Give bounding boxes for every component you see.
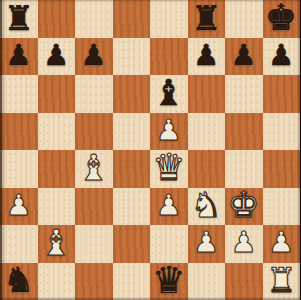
square-a2[interactable] (0, 225, 38, 263)
square-e5[interactable]: ♟ (150, 113, 188, 151)
square-b8[interactable] (38, 0, 76, 38)
square-h5[interactable] (263, 113, 301, 151)
chess-board: ♜♜♚♟♟♟♟♟♟♝♟♝♛♟♟♞♚♝♟♟♟♞♛♜ (0, 0, 300, 300)
square-b6[interactable] (38, 75, 76, 113)
square-g4[interactable] (225, 150, 263, 188)
square-c2[interactable] (75, 225, 113, 263)
square-b2[interactable]: ♝ (38, 225, 76, 263)
square-c4[interactable]: ♝ (75, 150, 113, 188)
square-a4[interactable] (0, 150, 38, 188)
square-d7[interactable] (113, 38, 151, 76)
square-h8[interactable]: ♚ (263, 0, 301, 38)
white-king[interactable]: ♚ (228, 188, 260, 224)
square-a5[interactable] (0, 113, 38, 151)
square-g1[interactable] (225, 263, 263, 300)
square-c1[interactable] (75, 263, 113, 300)
square-e6[interactable]: ♝ (150, 75, 188, 113)
square-h1[interactable]: ♜ (263, 263, 301, 300)
square-b1[interactable] (38, 263, 76, 300)
square-c5[interactable] (75, 113, 113, 151)
white-rook[interactable]: ♜ (266, 263, 296, 297)
white-pawn[interactable]: ♟ (268, 228, 294, 257)
square-c7[interactable]: ♟ (75, 38, 113, 76)
square-f7[interactable]: ♟ (188, 38, 226, 76)
square-b4[interactable] (38, 150, 76, 188)
square-f3[interactable]: ♞ (188, 188, 226, 226)
white-pawn[interactable]: ♟ (193, 228, 219, 257)
square-a6[interactable] (0, 75, 38, 113)
square-b3[interactable] (38, 188, 76, 226)
square-e3[interactable]: ♟ (150, 188, 188, 226)
white-pawn[interactable]: ♟ (6, 191, 32, 220)
square-b5[interactable] (38, 113, 76, 151)
square-f8[interactable]: ♜ (188, 0, 226, 38)
square-g3[interactable]: ♚ (225, 188, 263, 226)
black-pawn[interactable]: ♟ (193, 41, 219, 70)
square-d1[interactable] (113, 263, 151, 300)
square-a1[interactable]: ♞ (0, 263, 38, 300)
black-pawn[interactable]: ♟ (6, 41, 32, 70)
square-h4[interactable] (263, 150, 301, 188)
square-b7[interactable]: ♟ (38, 38, 76, 76)
square-f2[interactable]: ♟ (188, 225, 226, 263)
black-pawn[interactable]: ♟ (268, 41, 294, 70)
white-pawn[interactable]: ♟ (156, 191, 182, 220)
square-g7[interactable]: ♟ (225, 38, 263, 76)
white-bishop[interactable]: ♝ (78, 150, 110, 186)
square-a8[interactable]: ♜ (0, 0, 38, 38)
black-pawn[interactable]: ♟ (231, 41, 257, 70)
black-pawn[interactable]: ♟ (81, 41, 107, 70)
black-king[interactable]: ♚ (265, 0, 297, 36)
square-g2[interactable]: ♟ (225, 225, 263, 263)
white-pawn[interactable]: ♟ (231, 228, 257, 257)
square-e7[interactable] (150, 38, 188, 76)
black-pawn[interactable]: ♟ (43, 41, 69, 70)
square-a7[interactable]: ♟ (0, 38, 38, 76)
square-d3[interactable] (113, 188, 151, 226)
black-rook[interactable]: ♜ (4, 1, 34, 35)
square-d8[interactable] (113, 0, 151, 38)
square-h3[interactable] (263, 188, 301, 226)
square-c6[interactable] (75, 75, 113, 113)
square-f5[interactable] (188, 113, 226, 151)
square-e1[interactable]: ♛ (150, 263, 188, 300)
square-c8[interactable] (75, 0, 113, 38)
square-d4[interactable] (113, 150, 151, 188)
square-g6[interactable] (225, 75, 263, 113)
square-d6[interactable] (113, 75, 151, 113)
black-knight[interactable]: ♞ (3, 263, 34, 298)
square-e2[interactable] (150, 225, 188, 263)
black-queen[interactable]: ♛ (152, 263, 185, 299)
square-g5[interactable] (225, 113, 263, 151)
square-a3[interactable]: ♟ (0, 188, 38, 226)
square-g8[interactable] (225, 0, 263, 38)
square-d2[interactable] (113, 225, 151, 263)
square-e8[interactable] (150, 0, 188, 38)
white-queen[interactable]: ♛ (152, 150, 185, 186)
square-h6[interactable] (263, 75, 301, 113)
square-c3[interactable] (75, 188, 113, 226)
white-pawn[interactable]: ♟ (156, 116, 182, 145)
square-f4[interactable] (188, 150, 226, 188)
square-f1[interactable] (188, 263, 226, 300)
black-rook[interactable]: ♜ (191, 1, 221, 35)
square-h2[interactable]: ♟ (263, 225, 301, 263)
white-knight[interactable]: ♞ (191, 188, 222, 223)
square-d5[interactable] (113, 113, 151, 151)
square-h7[interactable]: ♟ (263, 38, 301, 76)
white-bishop[interactable]: ♝ (40, 225, 72, 261)
black-bishop[interactable]: ♝ (153, 75, 185, 111)
square-f6[interactable] (188, 75, 226, 113)
square-e4[interactable]: ♛ (150, 150, 188, 188)
